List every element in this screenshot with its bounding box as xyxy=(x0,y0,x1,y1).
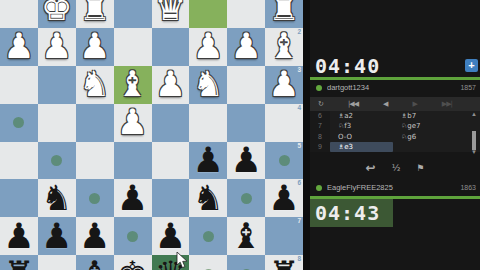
square-b4[interactable] xyxy=(227,104,265,142)
black-rook-h8: ♜ xyxy=(0,255,38,270)
square-f1[interactable]: ♜ xyxy=(76,0,114,28)
legal-move-dot-b6 xyxy=(241,193,252,204)
white-player-name[interactable]: dartgott1234 xyxy=(327,83,460,92)
move-row-9: 9♗e3 xyxy=(310,142,480,152)
legal-move-dot-g5 xyxy=(51,155,62,166)
square-c2[interactable]: ♟ xyxy=(189,28,227,66)
square-h1[interactable] xyxy=(0,0,38,28)
active-clock-box: 04:43 xyxy=(310,199,393,227)
online-dot xyxy=(316,185,322,191)
white-pawn-b2: ♟ xyxy=(227,28,265,66)
draw-offer-icon[interactable]: ½ xyxy=(392,163,401,173)
square-e1[interactable] xyxy=(114,0,152,28)
black-pawn-h7: ♟ xyxy=(0,217,38,255)
square-e8[interactable]: ♚ xyxy=(114,255,152,270)
move-6-black[interactable]: ♗b7 xyxy=(393,111,455,121)
white-pawn-g2: ♟ xyxy=(38,28,76,66)
square-d1[interactable]: ♛ xyxy=(152,0,190,28)
square-a7[interactable]: 7 xyxy=(265,217,303,255)
move-row-7: 7♘f3♘ge7 xyxy=(310,121,480,131)
square-h3[interactable] xyxy=(0,66,38,104)
move-number: 9 xyxy=(310,142,330,152)
black-pawn-e6: ♟ xyxy=(114,179,152,217)
square-c1[interactable] xyxy=(189,0,227,28)
square-f2[interactable]: ♟ xyxy=(76,28,114,66)
square-b1[interactable] xyxy=(227,0,265,28)
first-move-icon[interactable]: |◀◀ xyxy=(348,100,358,108)
black-king-e8: ♚ xyxy=(114,255,152,270)
move-list-scrollbar[interactable]: ▲ ▼ xyxy=(471,111,477,152)
square-a4[interactable]: 4 xyxy=(265,104,303,142)
square-d7[interactable]: ♟ xyxy=(152,217,190,255)
add-time-button[interactable]: + xyxy=(465,59,478,72)
white-bishop-e3: ♝ xyxy=(114,66,152,104)
square-d5[interactable] xyxy=(152,142,190,180)
move-7-black[interactable]: ♘ge7 xyxy=(393,121,455,131)
next-move-icon[interactable]: ▶ xyxy=(412,100,416,108)
rank-coordinate-3: 3 xyxy=(297,67,301,74)
square-g6[interactable]: ♞ xyxy=(38,179,76,217)
game-screen: ♚♜♛♜♟♟♟♟♟♝2♞♝♟♞♟3♟4♟♟5♞♟♞♟6♟♟♟♟♝7♜♝♚♛♜8 … xyxy=(0,0,480,270)
move-9-black[interactable] xyxy=(393,142,455,152)
square-e5[interactable] xyxy=(114,142,152,180)
square-b5[interactable]: ♟ xyxy=(227,142,265,180)
black-bishop-b7: ♝ xyxy=(227,217,265,255)
white-player-row: dartgott1234 1857 xyxy=(310,80,480,95)
move-row-8: 8O-O♘g6 xyxy=(310,132,480,142)
square-e3[interactable]: ♝ xyxy=(114,66,152,104)
scroll-down-icon[interactable]: ▼ xyxy=(471,149,477,155)
square-e6[interactable]: ♟ xyxy=(114,179,152,217)
game-actions: ↩ ½ ⚑ xyxy=(310,159,480,177)
square-b7[interactable]: ♝ xyxy=(227,217,265,255)
move-row-6: 6♗a2♗b7 xyxy=(310,111,480,121)
legal-move-dot-f6 xyxy=(89,193,100,204)
square-c8[interactable] xyxy=(189,255,227,270)
black-pawn-d7: ♟ xyxy=(152,217,190,255)
white-pawn-f2: ♟ xyxy=(76,28,114,66)
white-rook-a1: ♜ xyxy=(265,0,303,28)
white-queen-d1: ♛ xyxy=(152,0,190,28)
move-9-white[interactable]: ♗e3 xyxy=(330,142,393,152)
move-number: 8 xyxy=(310,132,330,142)
square-a2[interactable]: ♝2 xyxy=(265,28,303,66)
square-a5[interactable]: 5 xyxy=(265,142,303,180)
square-d3[interactable]: ♟ xyxy=(152,66,190,104)
square-d4[interactable] xyxy=(152,104,190,142)
square-g5[interactable] xyxy=(38,142,76,180)
black-player-rating: 1863 xyxy=(460,184,476,191)
square-g3[interactable] xyxy=(38,66,76,104)
square-h5[interactable] xyxy=(0,142,38,180)
square-f6[interactable] xyxy=(76,179,114,217)
square-f3[interactable]: ♞ xyxy=(76,66,114,104)
black-pawn-b5: ♟ xyxy=(227,142,265,180)
black-player-name[interactable]: EagleFlyFREE2825 xyxy=(327,183,460,192)
flip-board-icon[interactable]: ↻ xyxy=(318,100,323,108)
square-f5[interactable] xyxy=(76,142,114,180)
square-b6[interactable] xyxy=(227,179,265,217)
legal-move-dot-e7 xyxy=(127,231,138,242)
square-b3[interactable] xyxy=(227,66,265,104)
square-h6[interactable] xyxy=(0,179,38,217)
move-7-white[interactable]: ♘f3 xyxy=(330,121,393,131)
square-f8[interactable]: ♝ xyxy=(76,255,114,270)
white-knight-c3: ♞ xyxy=(189,66,227,104)
move-list[interactable]: 6♗a2♗b77♘f3♘ge78O-O♘g69♗e3 xyxy=(310,111,480,152)
square-d8[interactable]: ♛ xyxy=(152,255,190,270)
square-g2[interactable]: ♟ xyxy=(38,28,76,66)
black-player-row: EagleFlyFREE2825 1863 xyxy=(310,180,480,195)
game-sidebar: 04:40 + dartgott1234 1857 ↻ |◀◀ ◀ ▶ ▶▶| … xyxy=(310,0,480,270)
square-e7[interactable] xyxy=(114,217,152,255)
square-a1[interactable]: ♜ xyxy=(265,0,303,28)
square-f4[interactable] xyxy=(76,104,114,142)
white-pawn-d3: ♟ xyxy=(152,66,190,104)
square-a8[interactable]: ♜8 xyxy=(265,255,303,270)
square-e4[interactable]: ♟ xyxy=(114,104,152,142)
board-container: ♚♜♛♜♟♟♟♟♟♝2♞♝♟♞♟3♟4♟♟5♞♟♞♟6♟♟♟♟♝7♜♝♚♛♜8 xyxy=(0,0,303,270)
black-clock: 04:43 xyxy=(310,201,380,225)
black-knight-g6: ♞ xyxy=(38,179,76,217)
square-c4[interactable] xyxy=(189,104,227,142)
square-a6[interactable]: ♟6 xyxy=(265,179,303,217)
chess-board[interactable]: ♚♜♛♜♟♟♟♟♟♝2♞♝♟♞♟3♟4♟♟5♞♟♞♟6♟♟♟♟♝7♜♝♚♛♜8 xyxy=(0,0,303,270)
white-clock: 04:40 xyxy=(315,54,380,78)
white-rook-f1: ♜ xyxy=(76,0,114,28)
white-knight-f3: ♞ xyxy=(76,66,114,104)
move-6-white[interactable]: ♗a2 xyxy=(330,111,393,121)
move-number: 6 xyxy=(310,111,330,121)
square-h7[interactable]: ♟ xyxy=(0,217,38,255)
square-b2[interactable]: ♟ xyxy=(227,28,265,66)
rank-coordinate-8: 8 xyxy=(297,256,301,263)
square-h2[interactable]: ♟ xyxy=(0,28,38,66)
legal-move-dot-c7 xyxy=(203,231,214,242)
black-queen-d8: ♛ xyxy=(152,255,190,270)
move-8-black[interactable]: ♘g6 xyxy=(393,132,455,142)
black-pawn-c5: ♟ xyxy=(189,142,227,180)
rank-coordinate-6: 6 xyxy=(297,180,301,187)
white-king-g1: ♚ xyxy=(38,0,76,28)
scrollbar-thumb[interactable] xyxy=(472,131,476,150)
square-g7[interactable]: ♟ xyxy=(38,217,76,255)
square-h8[interactable]: ♜ xyxy=(0,255,38,270)
scroll-up-icon[interactable]: ▲ xyxy=(471,111,477,117)
square-f7[interactable]: ♟ xyxy=(76,217,114,255)
online-dot xyxy=(316,85,322,91)
square-h4[interactable] xyxy=(0,104,38,142)
legal-move-dot-h4 xyxy=(13,117,24,128)
white-pawn-e4: ♟ xyxy=(114,104,152,142)
square-e2[interactable] xyxy=(114,28,152,66)
black-bishop-f8: ♝ xyxy=(76,255,114,270)
square-b8[interactable] xyxy=(227,255,265,270)
square-d2[interactable] xyxy=(152,28,190,66)
white-pawn-c2: ♟ xyxy=(189,28,227,66)
black-pawn-f7: ♟ xyxy=(76,217,114,255)
rank-coordinate-5: 5 xyxy=(297,143,301,150)
white-pawn-h2: ♟ xyxy=(0,28,38,66)
move-number: 7 xyxy=(310,121,330,131)
legal-move-dot-a5 xyxy=(279,155,290,166)
square-c3[interactable]: ♞ xyxy=(189,66,227,104)
square-g4[interactable] xyxy=(38,104,76,142)
rank-coordinate-4: 4 xyxy=(297,105,301,112)
square-g8[interactable] xyxy=(38,255,76,270)
resign-flag-icon[interactable]: ⚑ xyxy=(416,163,424,173)
black-knight-c6: ♞ xyxy=(189,179,227,217)
prev-move-icon[interactable]: ◀ xyxy=(383,100,387,108)
black-pawn-g7: ♟ xyxy=(38,217,76,255)
square-c5[interactable]: ♟ xyxy=(189,142,227,180)
rank-coordinate-7: 7 xyxy=(297,218,301,225)
square-a3[interactable]: ♟3 xyxy=(265,66,303,104)
white-player-rating: 1857 xyxy=(460,84,476,91)
square-g1[interactable]: ♚ xyxy=(38,0,76,28)
move-8-white[interactable]: O-O xyxy=(330,132,393,142)
square-c6[interactable]: ♞ xyxy=(189,179,227,217)
last-move-icon[interactable]: ▶▶| xyxy=(442,100,452,108)
takeback-icon[interactable]: ↩ xyxy=(366,161,376,175)
rank-coordinate-2: 2 xyxy=(297,29,301,36)
square-c7[interactable] xyxy=(189,217,227,255)
move-nav-bar: ↻ |◀◀ ◀ ▶ ▶▶| xyxy=(310,97,480,111)
square-d6[interactable] xyxy=(152,179,190,217)
